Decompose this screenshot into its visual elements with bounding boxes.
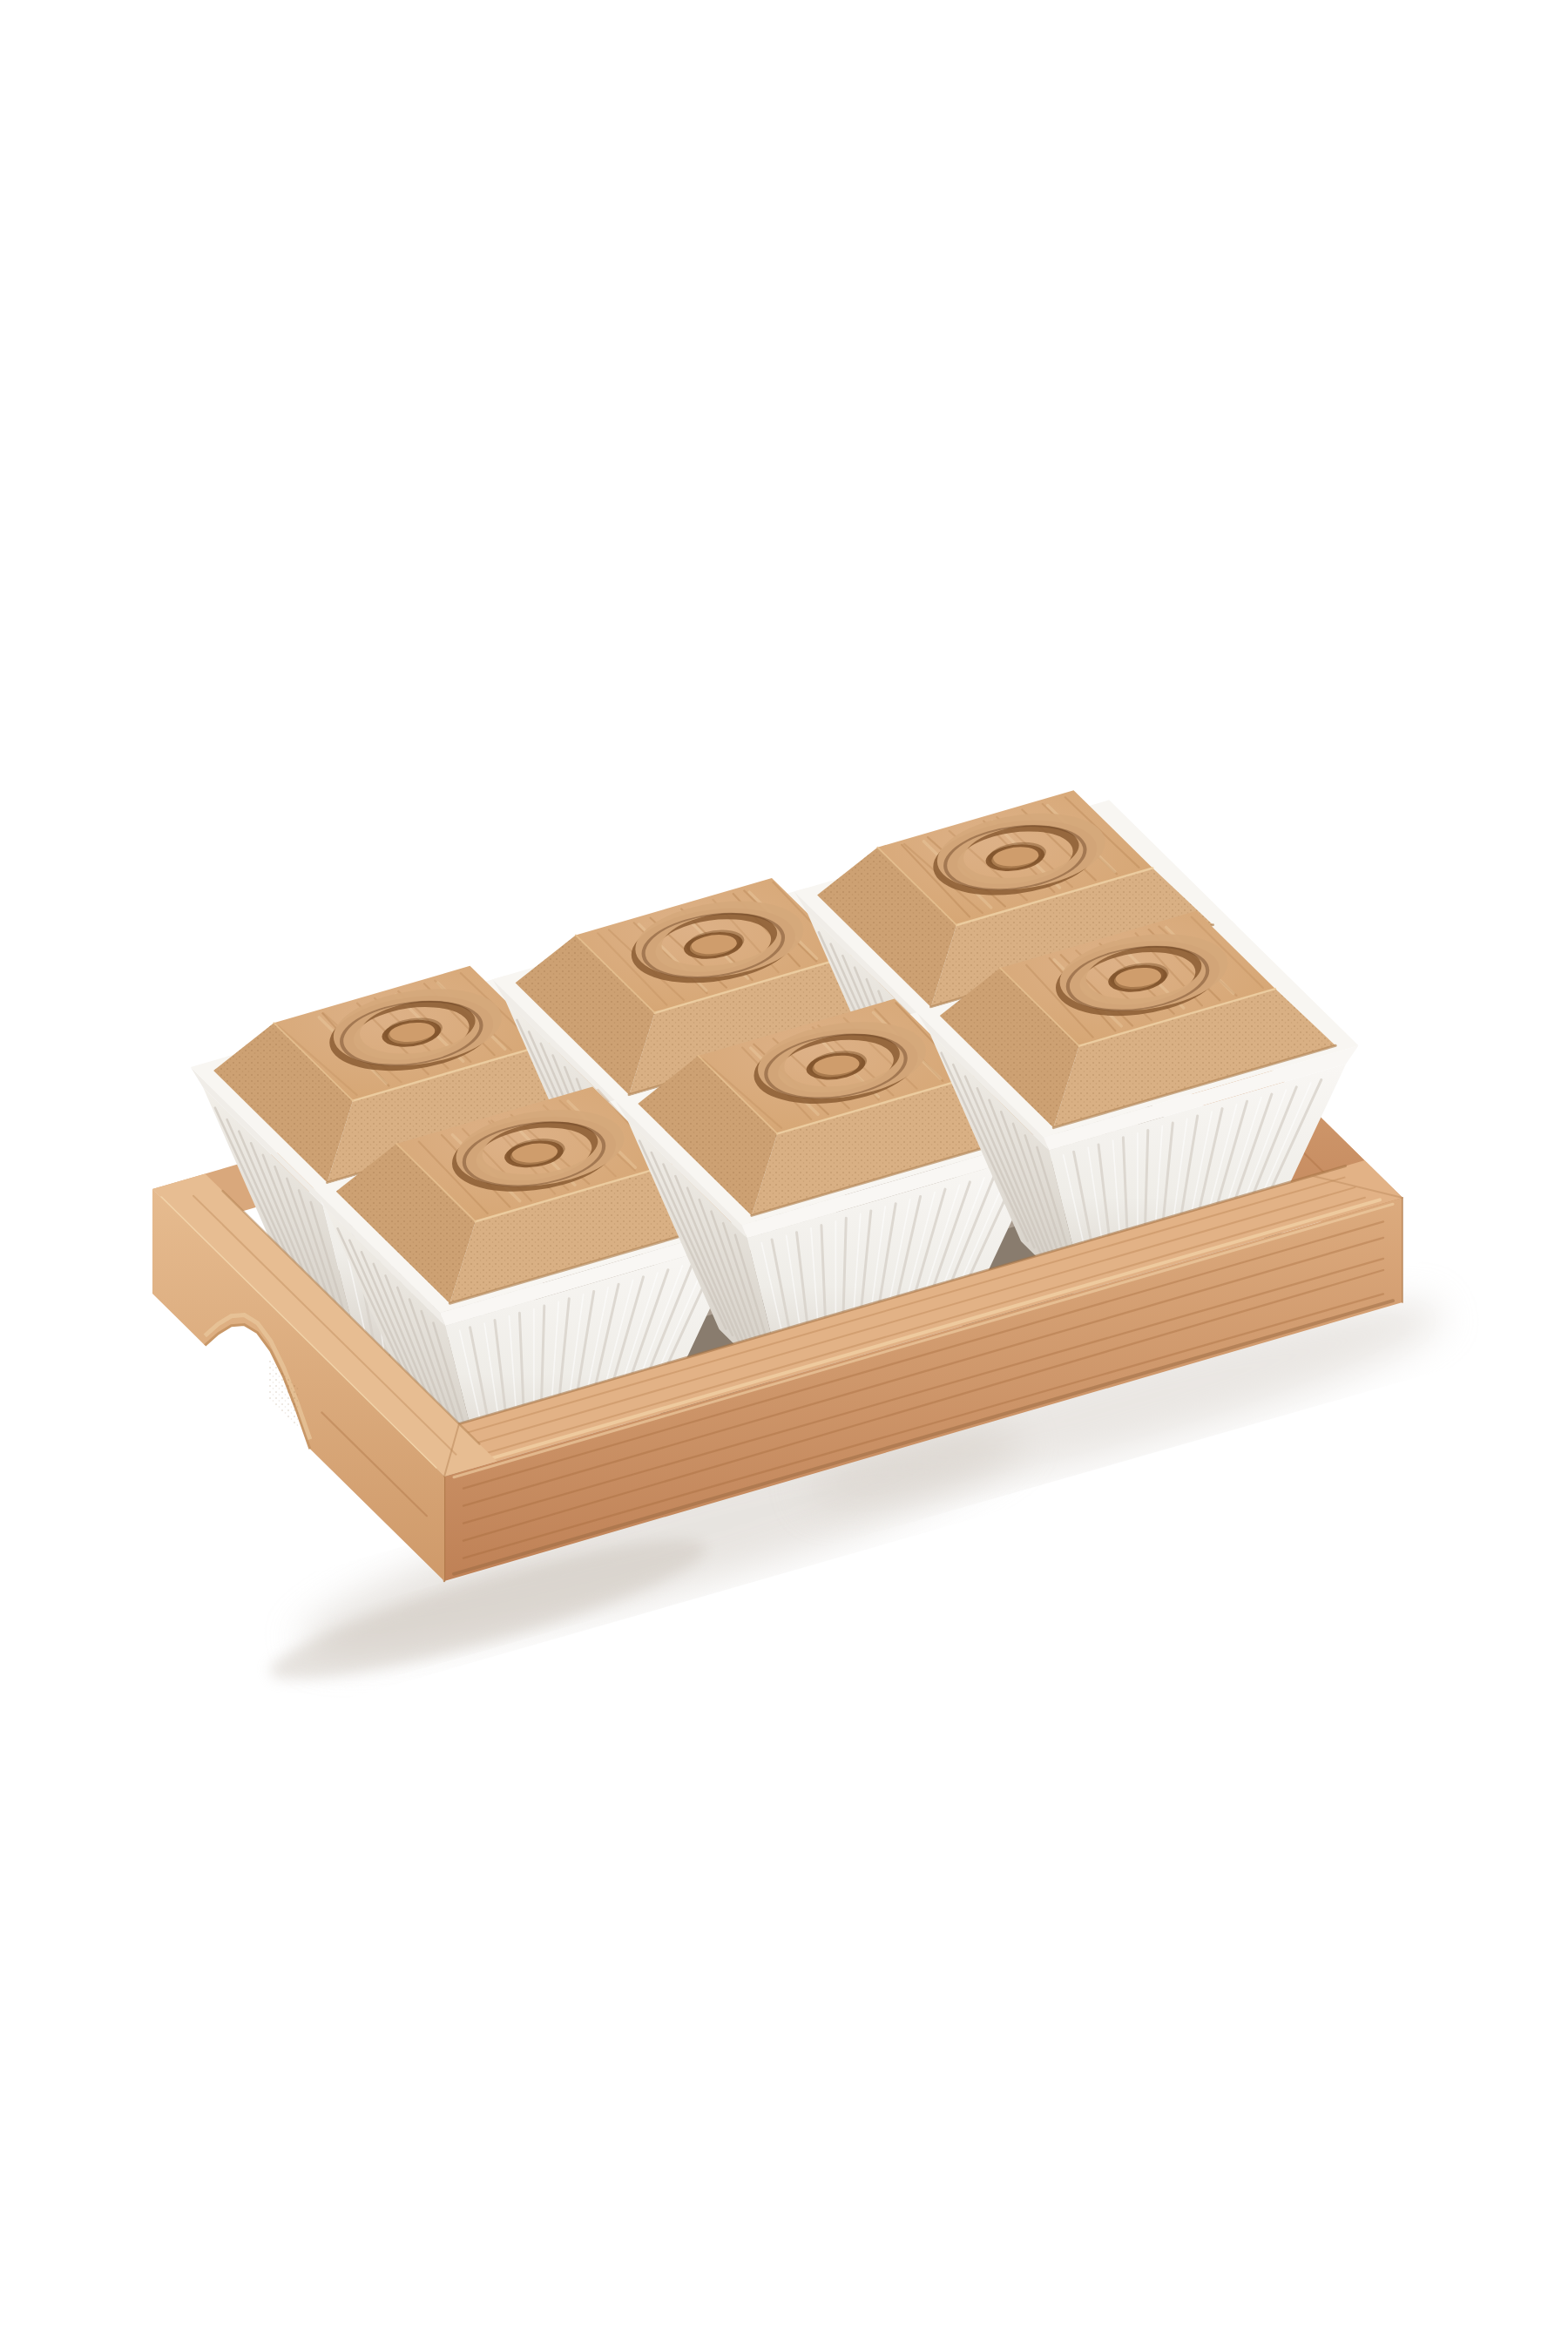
photo-stage xyxy=(0,0,1568,2352)
serving-set-scene xyxy=(0,0,1568,2352)
product-photo: Six square white fluted ceramic snack bo… xyxy=(0,0,1568,2352)
